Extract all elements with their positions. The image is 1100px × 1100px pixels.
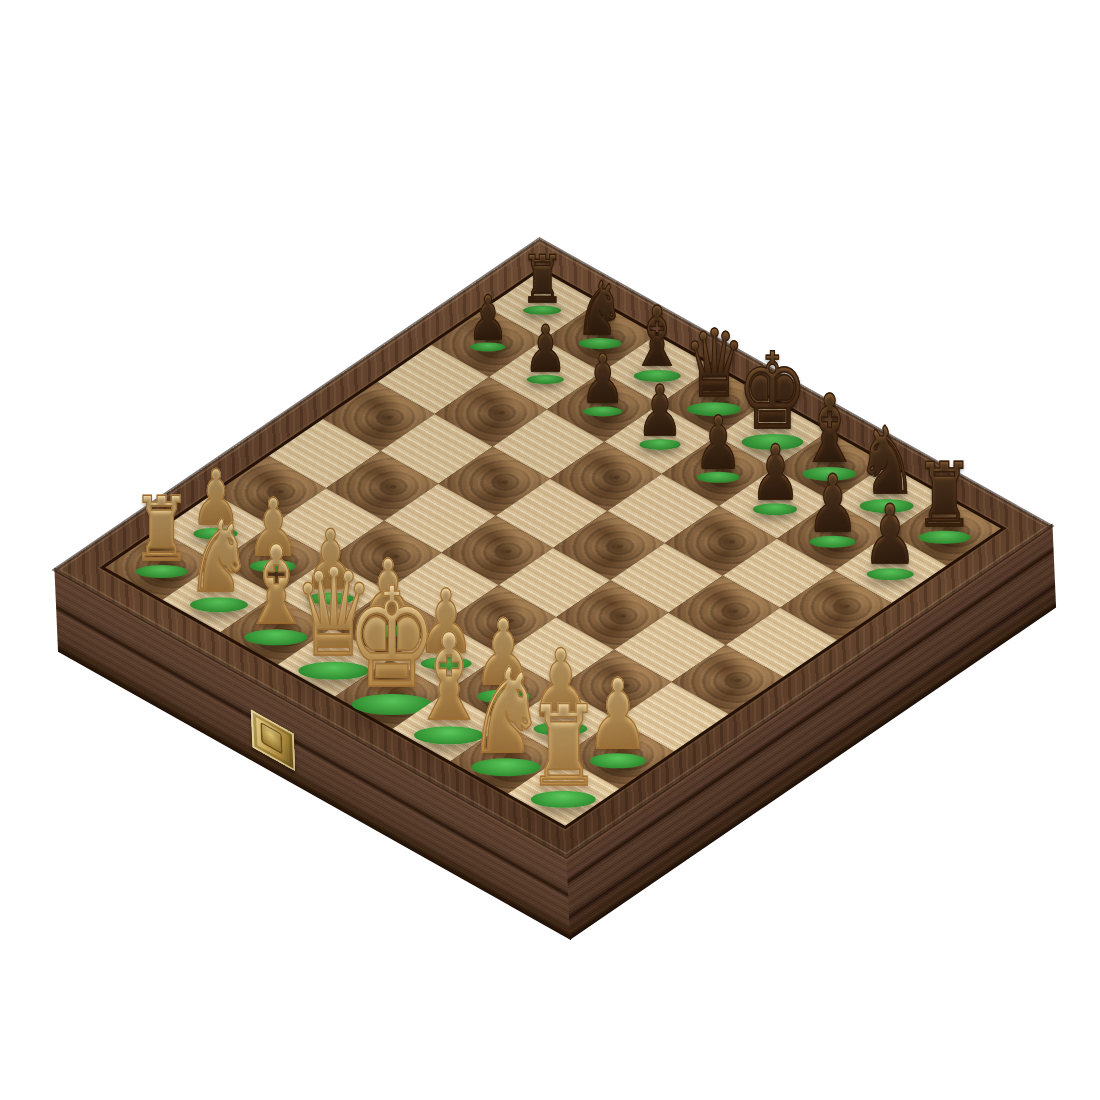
brass-latch[interactable] — [251, 709, 296, 771]
black-pawn-h7[interactable]: ♟ — [837, 494, 944, 576]
chess-case: ♜♞♝♛♚♝♞♜♟♟♟♟♟♟♟♟♟♟♟♟♟♟♟♟♜♞♝♛♚♝♞♜ — [0, 0, 1100, 1100]
pawn-glyph: ♟ — [851, 494, 930, 576]
latch-emblem — [260, 722, 282, 755]
white-rook-h1[interactable]: ♜ — [491, 690, 637, 802]
square-h1[interactable]: ♜ — [508, 756, 620, 825]
board-frame: ♜♞♝♛♚♝♞♜♟♟♟♟♟♟♟♟♟♟♟♟♟♟♟♟♜♞♝♛♚♝♞♜ — [54, 239, 1051, 857]
rook-glyph: ♜ — [510, 690, 618, 802]
product-photo-scene: ♜♞♝♛♚♝♞♜♟♟♟♟♟♟♟♟♟♟♟♟♟♟♟♟♜♞♝♛♚♝♞♜ — [0, 0, 1100, 1100]
